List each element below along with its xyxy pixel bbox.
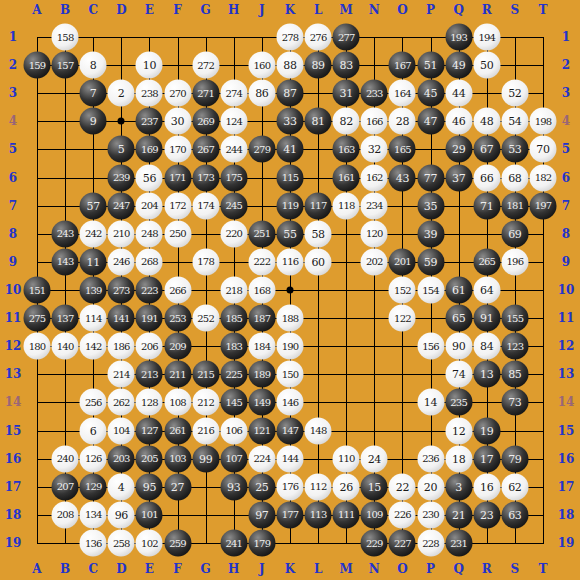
stone-N17: 15 — [361, 473, 388, 500]
stone-L8: 58 — [305, 220, 332, 247]
stone-E13: 213 — [136, 361, 163, 388]
col-label-bottom-N: N — [361, 562, 387, 576]
col-label-top-E: E — [136, 3, 162, 17]
col-label-top-A: A — [24, 3, 50, 17]
col-label-bottom-T: T — [530, 562, 556, 576]
stone-J13: 189 — [248, 361, 275, 388]
row-label-left-19: 19 — [0, 536, 26, 550]
row-label-right-15: 15 — [553, 424, 579, 438]
stone-C7: 57 — [80, 192, 107, 219]
stone-K2: 88 — [277, 52, 304, 79]
stone-J3: 86 — [248, 80, 275, 107]
row-label-left-10: 10 — [0, 283, 26, 297]
stone-D7: 247 — [108, 192, 135, 219]
col-label-top-J: J — [249, 3, 275, 17]
stone-S18: 63 — [501, 501, 528, 528]
stone-H10: 218 — [220, 277, 247, 304]
stone-F12: 209 — [164, 333, 191, 360]
col-label-top-P: P — [418, 3, 444, 17]
stone-G11: 252 — [192, 305, 219, 332]
stone-N19: 229 — [361, 530, 388, 557]
stone-Q19: 231 — [445, 530, 472, 557]
stone-C17: 129 — [80, 473, 107, 500]
col-label-bottom-K: K — [277, 562, 303, 576]
col-label-top-S: S — [502, 3, 528, 17]
stone-D3: 2 — [108, 80, 135, 107]
stone-Q11: 65 — [445, 305, 472, 332]
stone-D6: 239 — [108, 164, 135, 191]
row-label-left-12: 12 — [0, 339, 26, 353]
stone-J19: 179 — [248, 530, 275, 557]
col-label-bottom-E: E — [136, 562, 162, 576]
stone-Q1: 193 — [445, 24, 472, 51]
stone-R4: 48 — [473, 108, 500, 135]
stone-G7: 174 — [192, 192, 219, 219]
stone-J10: 168 — [248, 277, 275, 304]
stone-K13: 150 — [277, 361, 304, 388]
stone-Q6: 37 — [445, 164, 472, 191]
row-label-right-14: 14 — [553, 395, 579, 409]
stone-S6: 68 — [501, 164, 528, 191]
col-label-top-B: B — [52, 3, 78, 17]
stone-D17: 4 — [108, 473, 135, 500]
stone-C18: 134 — [80, 501, 107, 528]
stone-K12: 190 — [277, 333, 304, 360]
stone-K6: 115 — [277, 164, 304, 191]
stone-O17: 22 — [389, 473, 416, 500]
stone-O19: 227 — [389, 530, 416, 557]
row-label-right-5: 5 — [553, 142, 579, 156]
stone-E11: 191 — [136, 305, 163, 332]
stone-D13: 214 — [108, 361, 135, 388]
stone-K11: 188 — [277, 305, 304, 332]
row-label-right-12: 12 — [553, 339, 579, 353]
row-label-right-17: 17 — [553, 480, 579, 494]
col-label-bottom-S: S — [502, 562, 528, 576]
row-label-right-9: 9 — [553, 255, 579, 269]
stone-P3: 45 — [417, 80, 444, 107]
col-label-top-K: K — [277, 3, 303, 17]
hoshi-dot-D4 — [118, 118, 125, 125]
stone-E8: 248 — [136, 220, 163, 247]
col-label-top-C: C — [80, 3, 106, 17]
stone-P17: 20 — [417, 473, 444, 500]
col-label-top-G: G — [193, 3, 219, 17]
stone-N18: 109 — [361, 501, 388, 528]
col-label-bottom-L: L — [305, 562, 331, 576]
stone-D16: 203 — [108, 445, 135, 472]
col-label-top-N: N — [361, 3, 387, 17]
stone-P19: 228 — [417, 530, 444, 557]
stone-P12: 156 — [417, 333, 444, 360]
stone-R2: 50 — [473, 52, 500, 79]
stone-S11: 155 — [501, 305, 528, 332]
stone-E15: 127 — [136, 417, 163, 444]
stone-M6: 161 — [333, 164, 360, 191]
stone-H4: 124 — [220, 108, 247, 135]
stone-R17: 16 — [473, 473, 500, 500]
stone-H12: 183 — [220, 333, 247, 360]
stone-M2: 83 — [333, 52, 360, 79]
stone-S12: 123 — [501, 333, 528, 360]
stone-G2: 272 — [192, 52, 219, 79]
stone-J12: 184 — [248, 333, 275, 360]
stone-C14: 256 — [80, 389, 107, 416]
stone-G13: 215 — [192, 361, 219, 388]
stone-K5: 41 — [277, 136, 304, 163]
stone-K9: 116 — [277, 248, 304, 275]
stone-B9: 143 — [52, 248, 79, 275]
stone-B18: 208 — [52, 501, 79, 528]
stone-R13: 13 — [473, 361, 500, 388]
stone-S4: 54 — [501, 108, 528, 135]
stone-L4: 81 — [305, 108, 332, 135]
stone-E12: 206 — [136, 333, 163, 360]
stone-R5: 67 — [473, 136, 500, 163]
stone-F17: 27 — [164, 473, 191, 500]
stone-H13: 225 — [220, 361, 247, 388]
stone-K7: 119 — [277, 192, 304, 219]
stone-N4: 166 — [361, 108, 388, 135]
row-label-right-8: 8 — [553, 227, 579, 241]
stone-S13: 85 — [501, 361, 528, 388]
stone-M7: 118 — [333, 192, 360, 219]
stone-K18: 177 — [277, 501, 304, 528]
stone-R16: 17 — [473, 445, 500, 472]
stone-O3: 164 — [389, 80, 416, 107]
stone-E18: 101 — [136, 501, 163, 528]
stone-C9: 11 — [80, 248, 107, 275]
stone-O18: 226 — [389, 501, 416, 528]
stone-Q4: 46 — [445, 108, 472, 135]
stone-P6: 77 — [417, 164, 444, 191]
col-label-top-L: L — [305, 3, 331, 17]
stone-E17: 95 — [136, 473, 163, 500]
stone-N7: 234 — [361, 192, 388, 219]
stone-F15: 261 — [164, 417, 191, 444]
stone-S5: 53 — [501, 136, 528, 163]
stone-K3: 87 — [277, 80, 304, 107]
row-label-left-6: 6 — [0, 171, 26, 185]
stone-E3: 238 — [136, 80, 163, 107]
row-label-left-16: 16 — [0, 452, 26, 466]
stone-J14: 149 — [248, 389, 275, 416]
stone-H11: 185 — [220, 305, 247, 332]
stone-R10: 64 — [473, 277, 500, 304]
stone-E4: 237 — [136, 108, 163, 135]
stone-M17: 26 — [333, 473, 360, 500]
stone-R15: 19 — [473, 417, 500, 444]
stone-B16: 240 — [52, 445, 79, 472]
stone-E5: 169 — [136, 136, 163, 163]
stone-P8: 39 — [417, 220, 444, 247]
col-label-bottom-Q: Q — [446, 562, 472, 576]
stone-K4: 33 — [277, 108, 304, 135]
stone-P4: 47 — [417, 108, 444, 135]
stone-K1: 278 — [277, 24, 304, 51]
stone-F11: 253 — [164, 305, 191, 332]
stone-P10: 154 — [417, 277, 444, 304]
col-label-bottom-D: D — [108, 562, 134, 576]
stone-J11: 187 — [248, 305, 275, 332]
stone-P18: 230 — [417, 501, 444, 528]
stone-F19: 259 — [164, 530, 191, 557]
col-label-bottom-C: C — [80, 562, 106, 576]
stone-G14: 212 — [192, 389, 219, 416]
row-label-left-17: 17 — [0, 480, 26, 494]
stone-O9: 201 — [389, 248, 416, 275]
stone-C12: 142 — [80, 333, 107, 360]
row-label-left-3: 3 — [0, 86, 26, 100]
stone-H16: 107 — [220, 445, 247, 472]
stone-K8: 55 — [277, 220, 304, 247]
col-label-bottom-R: R — [474, 562, 500, 576]
row-label-left-4: 4 — [0, 114, 26, 128]
stone-O10: 152 — [389, 277, 416, 304]
stone-H7: 245 — [220, 192, 247, 219]
stone-J16: 224 — [248, 445, 275, 472]
col-label-top-R: R — [474, 3, 500, 17]
stone-R12: 84 — [473, 333, 500, 360]
row-label-right-13: 13 — [553, 367, 579, 381]
stone-P14: 14 — [417, 389, 444, 416]
stone-C2: 8 — [80, 52, 107, 79]
stone-N8: 120 — [361, 220, 388, 247]
stone-Q10: 61 — [445, 277, 472, 304]
stone-R6: 66 — [473, 164, 500, 191]
row-label-left-14: 14 — [0, 395, 26, 409]
row-label-left-11: 11 — [0, 311, 26, 325]
row-label-left-7: 7 — [0, 199, 26, 213]
stone-R1: 194 — [473, 24, 500, 51]
stone-B11: 137 — [52, 305, 79, 332]
stone-A11: 275 — [24, 305, 51, 332]
col-label-top-Q: Q — [446, 3, 472, 17]
stone-A12: 180 — [24, 333, 51, 360]
col-label-bottom-G: G — [193, 562, 219, 576]
stone-Q16: 18 — [445, 445, 472, 472]
stone-G6: 173 — [192, 164, 219, 191]
stone-H15: 106 — [220, 417, 247, 444]
stone-L17: 112 — [305, 473, 332, 500]
stone-C8: 242 — [80, 220, 107, 247]
stone-L15: 148 — [305, 417, 332, 444]
stone-F7: 172 — [164, 192, 191, 219]
stone-H14: 145 — [220, 389, 247, 416]
stone-G4: 269 — [192, 108, 219, 135]
stone-Q14: 235 — [445, 389, 472, 416]
stone-P7: 35 — [417, 192, 444, 219]
col-label-bottom-H: H — [221, 562, 247, 576]
stone-E2: 10 — [136, 52, 163, 79]
stone-E9: 268 — [136, 248, 163, 275]
stone-D9: 246 — [108, 248, 135, 275]
row-label-right-2: 2 — [553, 58, 579, 72]
stone-D18: 96 — [108, 501, 135, 528]
stone-J18: 97 — [248, 501, 275, 528]
col-label-top-O: O — [389, 3, 415, 17]
stone-C3: 7 — [80, 80, 107, 107]
stone-L9: 60 — [305, 248, 332, 275]
stone-A2: 159 — [24, 52, 51, 79]
stone-P2: 51 — [417, 52, 444, 79]
stone-F8: 250 — [164, 220, 191, 247]
col-label-bottom-J: J — [249, 562, 275, 576]
stone-G5: 267 — [192, 136, 219, 163]
stone-F4: 30 — [164, 108, 191, 135]
stone-J2: 160 — [248, 52, 275, 79]
stone-C19: 136 — [80, 530, 107, 557]
stone-M18: 111 — [333, 501, 360, 528]
stone-B8: 243 — [52, 220, 79, 247]
stone-J15: 121 — [248, 417, 275, 444]
stone-K14: 146 — [277, 389, 304, 416]
stone-N9: 202 — [361, 248, 388, 275]
stone-B2: 157 — [52, 52, 79, 79]
stone-C4: 9 — [80, 108, 107, 135]
stone-M1: 277 — [333, 24, 360, 51]
col-label-bottom-M: M — [333, 562, 359, 576]
stone-O2: 167 — [389, 52, 416, 79]
stone-D5: 5 — [108, 136, 135, 163]
stone-Q18: 21 — [445, 501, 472, 528]
stone-J5: 279 — [248, 136, 275, 163]
col-label-bottom-P: P — [418, 562, 444, 576]
stone-P16: 236 — [417, 445, 444, 472]
row-label-right-10: 10 — [553, 283, 579, 297]
stone-C16: 126 — [80, 445, 107, 472]
stone-G3: 271 — [192, 80, 219, 107]
stone-J17: 25 — [248, 473, 275, 500]
stone-F10: 266 — [164, 277, 191, 304]
stone-N6: 162 — [361, 164, 388, 191]
stone-S3: 52 — [501, 80, 528, 107]
stone-M4: 82 — [333, 108, 360, 135]
stone-M3: 31 — [333, 80, 360, 107]
stone-L2: 89 — [305, 52, 332, 79]
stone-F3: 270 — [164, 80, 191, 107]
row-label-left-9: 9 — [0, 255, 26, 269]
stone-D14: 262 — [108, 389, 135, 416]
stone-F16: 103 — [164, 445, 191, 472]
row-label-left-13: 13 — [0, 367, 26, 381]
stone-E14: 128 — [136, 389, 163, 416]
stone-F13: 211 — [164, 361, 191, 388]
row-label-left-18: 18 — [0, 508, 26, 522]
row-label-left-2: 2 — [0, 58, 26, 72]
row-label-right-4: 4 — [553, 114, 579, 128]
stone-S16: 79 — [501, 445, 528, 472]
stone-E7: 204 — [136, 192, 163, 219]
stone-B12: 140 — [52, 333, 79, 360]
row-label-left-1: 1 — [0, 30, 26, 44]
stone-G9: 178 — [192, 248, 219, 275]
stone-D15: 104 — [108, 417, 135, 444]
stone-L1: 276 — [305, 24, 332, 51]
stone-G15: 216 — [192, 417, 219, 444]
stone-D11: 141 — [108, 305, 135, 332]
stone-M5: 163 — [333, 136, 360, 163]
goban[interactable]: 1582782762771931941591578102721608889831… — [0, 0, 580, 580]
stone-N16: 24 — [361, 445, 388, 472]
col-label-bottom-A: A — [24, 562, 50, 576]
stone-B1: 158 — [52, 24, 79, 51]
stone-D10: 273 — [108, 277, 135, 304]
stone-J8: 251 — [248, 220, 275, 247]
stone-Q3: 44 — [445, 80, 472, 107]
stone-J9: 222 — [248, 248, 275, 275]
col-label-top-T: T — [530, 3, 556, 17]
stone-S14: 73 — [501, 389, 528, 416]
row-label-right-1: 1 — [553, 30, 579, 44]
row-label-right-11: 11 — [553, 311, 579, 325]
col-label-bottom-B: B — [52, 562, 78, 576]
stone-C11: 114 — [80, 305, 107, 332]
col-label-bottom-F: F — [165, 562, 191, 576]
row-label-right-18: 18 — [553, 508, 579, 522]
stone-E19: 102 — [136, 530, 163, 557]
stone-B17: 207 — [52, 473, 79, 500]
stone-Q15: 12 — [445, 417, 472, 444]
stone-E6: 56 — [136, 164, 163, 191]
row-label-right-7: 7 — [553, 199, 579, 213]
stone-S7: 181 — [501, 192, 528, 219]
stone-E16: 205 — [136, 445, 163, 472]
row-label-right-3: 3 — [553, 86, 579, 100]
stone-L7: 117 — [305, 192, 332, 219]
row-label-left-15: 15 — [0, 424, 26, 438]
stone-C15: 6 — [80, 417, 107, 444]
stone-S8: 69 — [501, 220, 528, 247]
stone-D8: 210 — [108, 220, 135, 247]
stone-R11: 91 — [473, 305, 500, 332]
stone-H5: 244 — [220, 136, 247, 163]
stone-Q5: 29 — [445, 136, 472, 163]
stone-A10: 151 — [24, 277, 51, 304]
row-label-right-6: 6 — [553, 171, 579, 185]
stone-S17: 62 — [501, 473, 528, 500]
row-label-left-5: 5 — [0, 142, 26, 156]
stone-R9: 265 — [473, 248, 500, 275]
stone-F5: 170 — [164, 136, 191, 163]
hoshi-dot-K10 — [287, 287, 294, 294]
stone-H8: 220 — [220, 220, 247, 247]
stone-M16: 110 — [333, 445, 360, 472]
stone-H17: 93 — [220, 473, 247, 500]
stone-D19: 258 — [108, 530, 135, 557]
stone-O11: 122 — [389, 305, 416, 332]
stone-N5: 32 — [361, 136, 388, 163]
stone-O4: 28 — [389, 108, 416, 135]
stone-Q12: 90 — [445, 333, 472, 360]
row-label-left-8: 8 — [0, 227, 26, 241]
stone-H6: 175 — [220, 164, 247, 191]
stone-S9: 196 — [501, 248, 528, 275]
stone-K16: 144 — [277, 445, 304, 472]
stone-O5: 165 — [389, 136, 416, 163]
col-label-top-M: M — [333, 3, 359, 17]
col-label-bottom-O: O — [389, 562, 415, 576]
stone-K17: 176 — [277, 473, 304, 500]
stone-D12: 186 — [108, 333, 135, 360]
stone-C10: 139 — [80, 277, 107, 304]
stone-K15: 147 — [277, 417, 304, 444]
stone-N3: 233 — [361, 80, 388, 107]
row-label-right-19: 19 — [553, 536, 579, 550]
stone-H19: 241 — [220, 530, 247, 557]
stone-Q13: 74 — [445, 361, 472, 388]
stone-O6: 43 — [389, 164, 416, 191]
